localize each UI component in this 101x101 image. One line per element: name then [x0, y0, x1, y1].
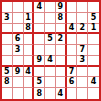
cell-r9c8[interactable]	[77, 88, 88, 99]
cell-r6c4[interactable]: 9	[34, 56, 45, 67]
cell-r4c2[interactable]: 6	[13, 34, 24, 45]
cell-r5c8[interactable]: 7	[77, 45, 88, 56]
cell-r3c8[interactable]: 2	[77, 24, 88, 35]
cell-r6c2[interactable]	[13, 56, 24, 67]
cell-r7c5[interactable]	[45, 67, 56, 78]
cell-r8c4[interactable]: 5	[34, 77, 45, 88]
cell-r6c1[interactable]	[2, 56, 13, 67]
cell-r3c6[interactable]	[56, 24, 67, 35]
cell-r9c4[interactable]: 8	[34, 88, 45, 99]
cell-r1c6[interactable]: 9	[56, 2, 67, 13]
cell-r1c7[interactable]	[67, 2, 78, 13]
cell-r2c6[interactable]: 8	[56, 13, 67, 24]
cell-r1c8[interactable]	[77, 2, 88, 13]
cell-r7c7[interactable]: 7	[67, 67, 78, 78]
cell-r1c9[interactable]	[88, 2, 99, 13]
cell-r2c9[interactable]: 5	[88, 13, 99, 24]
cell-r5c4[interactable]	[34, 45, 45, 56]
cell-r7c8[interactable]	[77, 67, 88, 78]
cell-r5c9[interactable]	[88, 45, 99, 56]
cell-r8c9[interactable]: 4	[88, 77, 99, 88]
cell-r4c8[interactable]	[77, 34, 88, 45]
cell-r8c7[interactable]: 6	[67, 77, 78, 88]
cell-r3c1[interactable]	[2, 24, 13, 35]
cell-r7c9[interactable]	[88, 67, 99, 78]
cell-r6c3[interactable]	[24, 56, 35, 67]
cell-r9c2[interactable]	[13, 88, 24, 99]
cell-r3c3[interactable]: 8	[24, 24, 35, 35]
cell-r9c9[interactable]	[88, 88, 99, 99]
cell-r8c8[interactable]	[77, 77, 88, 88]
cell-r1c5[interactable]	[45, 2, 56, 13]
cell-r4c4[interactable]	[34, 34, 45, 45]
cell-r5c7[interactable]	[67, 45, 78, 56]
cell-r2c5[interactable]	[45, 13, 56, 24]
cell-r5c3[interactable]	[24, 45, 35, 56]
cell-r3c4[interactable]	[34, 24, 45, 35]
cell-r6c9[interactable]	[88, 56, 99, 67]
cell-r2c4[interactable]	[34, 13, 45, 24]
cell-r6c7[interactable]	[67, 56, 78, 67]
cell-r4c5[interactable]: 5	[45, 34, 56, 45]
cell-r8c3[interactable]	[24, 77, 35, 88]
cell-r9c3[interactable]	[24, 88, 35, 99]
cell-r3c5[interactable]	[45, 24, 56, 35]
cell-r7c3[interactable]: 4	[24, 67, 35, 78]
cell-r5c2[interactable]: 3	[13, 45, 24, 56]
cell-r4c7[interactable]	[67, 34, 78, 45]
cell-r7c6[interactable]	[56, 67, 67, 78]
cell-r3c7[interactable]: 4	[67, 24, 78, 35]
cell-r8c5[interactable]	[45, 77, 56, 88]
cell-r4c6[interactable]: 2	[56, 34, 67, 45]
cell-r4c9[interactable]	[88, 34, 99, 45]
cell-r3c2[interactable]	[13, 24, 24, 35]
cell-r3c9[interactable]: 1	[88, 24, 99, 35]
cell-r7c4[interactable]	[34, 67, 45, 78]
cell-r9c6[interactable]: 4	[56, 88, 67, 99]
cell-r2c7[interactable]	[67, 13, 78, 24]
cell-r9c1[interactable]	[2, 88, 13, 99]
cell-r5c1[interactable]	[2, 45, 13, 56]
cell-r5c5[interactable]	[45, 45, 56, 56]
cell-r8c2[interactable]	[13, 77, 24, 88]
cell-r1c1[interactable]	[2, 2, 13, 13]
cell-r9c7[interactable]	[67, 88, 78, 99]
cell-r1c2[interactable]	[13, 2, 24, 13]
cell-r7c1[interactable]: 5	[2, 67, 13, 78]
cell-r6c6[interactable]	[56, 56, 67, 67]
cell-r1c4[interactable]: 4	[34, 2, 45, 13]
cell-r7c2[interactable]: 9	[13, 67, 24, 78]
cell-r8c1[interactable]: 8	[2, 77, 13, 88]
cell-r2c1[interactable]: 3	[2, 13, 13, 24]
cell-r8c6[interactable]	[56, 77, 67, 88]
cell-r2c8[interactable]	[77, 13, 88, 24]
cell-r1c3[interactable]	[24, 2, 35, 13]
cell-r4c1[interactable]	[2, 34, 13, 45]
sudoku-board: 4931858421652379435947856484	[0, 0, 101, 101]
cell-r2c3[interactable]: 1	[24, 13, 35, 24]
cell-r6c5[interactable]: 4	[45, 56, 56, 67]
cell-r5c6[interactable]	[56, 45, 67, 56]
cell-r9c5[interactable]	[45, 88, 56, 99]
cell-r2c2[interactable]	[13, 13, 24, 24]
cell-r6c8[interactable]: 3	[77, 56, 88, 67]
cell-r4c3[interactable]	[24, 34, 35, 45]
